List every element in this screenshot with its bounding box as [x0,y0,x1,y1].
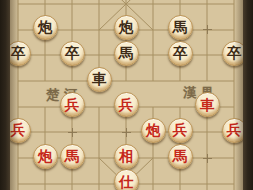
letterbox-bar-left [0,0,10,190]
piece-red-advisor[interactable]: 仕 [114,169,139,190]
point-marker [203,25,212,34]
piece-red-elephant[interactable]: 相 [114,144,139,169]
piece-red-horse[interactable]: 馬 [168,144,193,169]
piece-red-soldier[interactable]: 兵 [114,92,139,117]
piece-red-cannon[interactable]: 炮 [141,118,166,143]
piece-black-horse[interactable]: 馬 [168,15,193,40]
point-marker [203,154,212,163]
point-marker [68,128,77,137]
xiangqi-game-screen: 楚河 漢界 炮炮馬卒卒馬卒卒車兵兵車兵炮兵兵炮馬相馬仕 [0,0,253,190]
piece-black-soldier[interactable]: 卒 [168,41,193,66]
piece-red-soldier[interactable]: 兵 [60,92,85,117]
piece-black-cannon[interactable]: 炮 [33,15,58,40]
piece-red-soldier[interactable]: 兵 [168,118,193,143]
piece-black-chariot[interactable]: 車 [87,67,112,92]
piece-black-soldier[interactable]: 卒 [60,41,85,66]
piece-red-horse[interactable]: 馬 [60,144,85,169]
letterbox-bar-right [243,0,253,190]
piece-red-chariot[interactable]: 車 [195,92,220,117]
point-marker [122,128,131,137]
piece-red-cannon[interactable]: 炮 [33,144,58,169]
piece-black-cannon[interactable]: 炮 [114,15,139,40]
board-grid[interactable]: 炮炮馬卒卒馬卒卒車兵兵車兵炮兵兵炮馬相馬仕 [5,0,248,190]
piece-black-horse[interactable]: 馬 [114,41,139,66]
